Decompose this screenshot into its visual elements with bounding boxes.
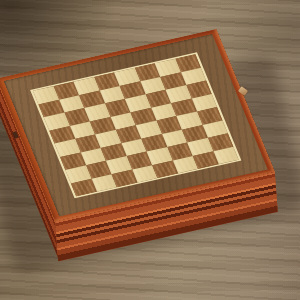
board-inlay-line [30,52,241,198]
table-surface [0,0,300,300]
board-field [33,54,239,196]
square-h1[interactable] [213,146,239,164]
